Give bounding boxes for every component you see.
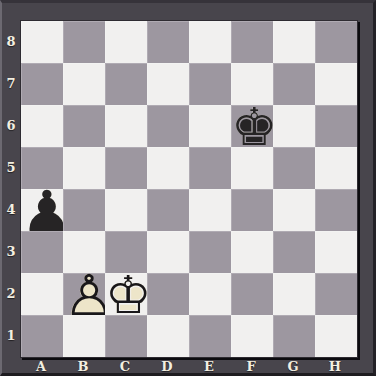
square-d7[interactable]: [147, 63, 189, 105]
white-pawn-glyph: ♟: [63, 273, 105, 315]
file-label-f: F: [230, 357, 272, 376]
square-h4[interactable]: [315, 189, 357, 231]
square-e3[interactable]: [189, 231, 231, 273]
square-h1[interactable]: [315, 315, 357, 357]
black-king-glyph: ♚: [231, 105, 273, 147]
chess-board: ♔♚♙♟♟♙♚♔: [20, 20, 358, 358]
square-g6[interactable]: [273, 105, 315, 147]
square-g4[interactable]: [273, 189, 315, 231]
white-king[interactable]: ♚♔: [105, 273, 147, 315]
square-f4[interactable]: [231, 189, 273, 231]
file-label-c: C: [104, 357, 146, 376]
white-king-glyph: ♚: [105, 273, 147, 315]
square-b6[interactable]: [63, 105, 105, 147]
square-f3[interactable]: [231, 231, 273, 273]
black-king-glyph: ♔: [231, 105, 273, 147]
rank-label-8: 8: [2, 20, 20, 62]
rank-label-2: 2: [2, 272, 20, 314]
square-c1[interactable]: [105, 315, 147, 357]
square-c8[interactable]: [105, 21, 147, 63]
square-e1[interactable]: [189, 315, 231, 357]
square-e4[interactable]: [189, 189, 231, 231]
square-h5[interactable]: [315, 147, 357, 189]
square-a7[interactable]: [21, 63, 63, 105]
rank-label-5: 5: [2, 146, 20, 188]
file-label-h: H: [314, 357, 356, 376]
square-d8[interactable]: [147, 21, 189, 63]
square-g8[interactable]: [273, 21, 315, 63]
square-f7[interactable]: [231, 63, 273, 105]
white-pawn-glyph: ♙: [63, 273, 105, 315]
file-labels: ABCDEFGH: [20, 357, 356, 376]
square-c3[interactable]: [105, 231, 147, 273]
square-h2[interactable]: [315, 273, 357, 315]
square-f1[interactable]: [231, 315, 273, 357]
square-b4[interactable]: [63, 189, 105, 231]
square-a5[interactable]: [21, 147, 63, 189]
board-frame: 87654321 ♔♚♙♟♟♙♚♔ ABCDEFGH: [0, 0, 376, 376]
square-d4[interactable]: [147, 189, 189, 231]
square-d2[interactable]: [147, 273, 189, 315]
square-c4[interactable]: [105, 189, 147, 231]
square-e7[interactable]: [189, 63, 231, 105]
square-h8[interactable]: [315, 21, 357, 63]
black-pawn-glyph: ♙: [21, 189, 63, 231]
square-a8[interactable]: [21, 21, 63, 63]
file-label-b: B: [62, 357, 104, 376]
white-king-glyph: ♔: [105, 273, 147, 315]
square-b7[interactable]: [63, 63, 105, 105]
square-e6[interactable]: [189, 105, 231, 147]
square-h3[interactable]: [315, 231, 357, 273]
square-d6[interactable]: [147, 105, 189, 147]
square-f6[interactable]: ♔♚: [231, 105, 273, 147]
square-b2[interactable]: ♟♙: [63, 273, 105, 315]
square-g3[interactable]: [273, 231, 315, 273]
square-f8[interactable]: [231, 21, 273, 63]
rank-label-4: 4: [2, 188, 20, 230]
square-c7[interactable]: [105, 63, 147, 105]
square-c6[interactable]: [105, 105, 147, 147]
file-label-d: D: [146, 357, 188, 376]
white-pawn[interactable]: ♟♙: [63, 273, 105, 315]
black-king[interactable]: ♔♚: [231, 105, 273, 147]
square-b8[interactable]: [63, 21, 105, 63]
rank-label-6: 6: [2, 104, 20, 146]
black-pawn-glyph: ♟: [21, 189, 63, 231]
square-a3[interactable]: [21, 231, 63, 273]
square-d1[interactable]: [147, 315, 189, 357]
square-f5[interactable]: [231, 147, 273, 189]
square-d5[interactable]: [147, 147, 189, 189]
square-g5[interactable]: [273, 147, 315, 189]
square-h7[interactable]: [315, 63, 357, 105]
file-label-g: G: [272, 357, 314, 376]
file-label-e: E: [188, 357, 230, 376]
square-b5[interactable]: [63, 147, 105, 189]
square-e8[interactable]: [189, 21, 231, 63]
file-label-a: A: [20, 357, 62, 376]
square-c2[interactable]: ♚♔: [105, 273, 147, 315]
square-g2[interactable]: [273, 273, 315, 315]
rank-labels: 87654321: [2, 20, 20, 356]
rank-label-3: 3: [2, 230, 20, 272]
square-h6[interactable]: [315, 105, 357, 147]
square-a6[interactable]: [21, 105, 63, 147]
square-b1[interactable]: [63, 315, 105, 357]
black-pawn[interactable]: ♙♟: [21, 189, 63, 231]
square-a4[interactable]: ♙♟: [21, 189, 63, 231]
square-f2[interactable]: [231, 273, 273, 315]
square-c5[interactable]: [105, 147, 147, 189]
square-a1[interactable]: [21, 315, 63, 357]
square-a2[interactable]: [21, 273, 63, 315]
square-e5[interactable]: [189, 147, 231, 189]
rank-label-1: 1: [2, 314, 20, 356]
square-e2[interactable]: [189, 273, 231, 315]
square-g7[interactable]: [273, 63, 315, 105]
rank-label-7: 7: [2, 62, 20, 104]
square-g1[interactable]: [273, 315, 315, 357]
square-b3[interactable]: [63, 231, 105, 273]
square-d3[interactable]: [147, 231, 189, 273]
